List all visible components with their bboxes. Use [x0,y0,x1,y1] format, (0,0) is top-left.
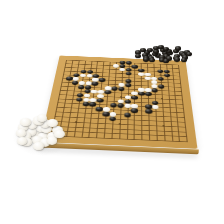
pile-stone-white[interactable] [17,137,28,145]
black-stone[interactable] [118,87,124,91]
white-stone[interactable] [91,90,98,94]
white-stone[interactable] [125,95,131,99]
product-photo-scene [0,0,224,224]
black-stone[interactable] [157,69,163,73]
black-stone[interactable] [125,72,131,76]
star-point [159,74,161,75]
pile-stone-black[interactable] [181,58,187,62]
black-stone[interactable] [152,88,158,92]
pile-stone-white[interactable] [16,129,27,137]
black-stone[interactable] [158,77,164,81]
pile-stone-black[interactable] [163,47,169,51]
black-stone[interactable] [82,102,89,106]
black-stone[interactable] [132,65,138,69]
pile-stone-black[interactable] [143,57,149,61]
black-stone[interactable] [131,108,138,112]
pile-stone-black[interactable] [135,54,141,58]
star-point [161,98,163,99]
black-stone[interactable] [110,103,117,107]
pile-stone-white[interactable] [47,136,58,144]
star-point [75,121,78,123]
white-stone[interactable] [138,72,144,76]
white-stone[interactable] [145,76,151,80]
star-point [121,73,123,74]
black-stone[interactable] [78,85,85,89]
black-stone[interactable] [89,102,96,106]
black-stone[interactable] [99,78,105,82]
black-stone[interactable] [92,82,99,86]
go-board-assembly [48,24,194,170]
black-stone[interactable] [126,61,132,65]
black-stone[interactable] [76,97,83,101]
black-stone[interactable] [124,113,131,118]
white-stone[interactable] [80,73,87,77]
black-stone[interactable] [97,98,104,102]
white-stone[interactable] [124,104,131,108]
white-stone[interactable] [152,105,159,109]
black-stone[interactable] [131,95,137,99]
white-stone[interactable] [86,74,93,78]
pile-stone-black[interactable] [174,57,180,61]
black-stone[interactable] [138,92,144,96]
pile-stone-black[interactable] [175,46,181,50]
star-point [162,125,164,127]
pile-stone-black[interactable] [153,49,159,53]
black-stone[interactable] [145,92,151,96]
black-stone[interactable] [117,103,124,107]
white-stone[interactable] [113,64,119,68]
black-stone[interactable] [111,86,117,90]
pile-stone-white[interactable] [33,142,44,150]
black-stone[interactable] [96,107,103,111]
black-stone[interactable] [145,109,152,113]
black-stone[interactable] [125,83,131,87]
black-stone[interactable] [158,85,164,89]
black-stone[interactable] [66,77,73,81]
black-stone[interactable] [102,112,109,117]
black-stone[interactable] [164,73,170,77]
black-stone[interactable] [109,117,116,122]
black-stone[interactable] [104,90,111,94]
black-stone[interactable] [77,93,84,97]
white-stone[interactable] [119,68,125,72]
pile-stone-black[interactable] [186,52,192,56]
white-stone[interactable] [83,93,90,97]
pile-stone-white[interactable] [47,119,58,127]
pile-stone-white[interactable] [20,118,31,126]
star-point [119,123,121,125]
black-stone[interactable] [72,81,79,85]
star-point [120,96,122,97]
